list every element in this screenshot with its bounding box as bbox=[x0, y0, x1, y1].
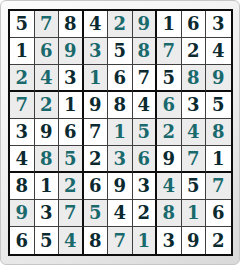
sudoku-cell-r9c1[interactable]: 6 bbox=[10, 227, 35, 254]
sudoku-cell-r2c7[interactable]: 7 bbox=[157, 38, 182, 65]
sudoku-cell-r7c7[interactable]: 4 bbox=[157, 173, 182, 200]
sudoku-app-frame: 5784291631693587242431675897219846353967… bbox=[0, 0, 240, 265]
sudoku-cell-r6c6[interactable]: 6 bbox=[133, 146, 158, 173]
sudoku-cell-r3c7[interactable]: 5 bbox=[157, 65, 182, 92]
sudoku-cell-r1c8[interactable]: 6 bbox=[182, 11, 207, 38]
sudoku-cell-r9c6[interactable]: 1 bbox=[133, 227, 158, 254]
sudoku-cell-r5c4[interactable]: 7 bbox=[84, 119, 109, 146]
sudoku-cell-r6c2[interactable]: 8 bbox=[35, 146, 60, 173]
sudoku-cell-r5c5[interactable]: 1 bbox=[108, 119, 133, 146]
sudoku-cell-r3c8[interactable]: 8 bbox=[182, 65, 207, 92]
sudoku-cell-r5c1[interactable]: 3 bbox=[10, 119, 35, 146]
sudoku-cell-r5c3[interactable]: 6 bbox=[59, 119, 84, 146]
sudoku-cell-r7c8[interactable]: 5 bbox=[182, 173, 207, 200]
sudoku-cell-r9c3[interactable]: 4 bbox=[59, 227, 84, 254]
sudoku-cell-r2c6[interactable]: 8 bbox=[133, 38, 158, 65]
sudoku-cell-r8c8[interactable]: 1 bbox=[182, 200, 207, 227]
sudoku-cell-r1c3[interactable]: 8 bbox=[59, 11, 84, 38]
sudoku-cell-r5c8[interactable]: 4 bbox=[182, 119, 207, 146]
sudoku-cell-r2c3[interactable]: 9 bbox=[59, 38, 84, 65]
sudoku-cell-r2c8[interactable]: 2 bbox=[182, 38, 207, 65]
sudoku-cell-r4c4[interactable]: 9 bbox=[84, 92, 109, 119]
sudoku-cell-r6c5[interactable]: 3 bbox=[108, 146, 133, 173]
sudoku-cell-r3c9[interactable]: 9 bbox=[206, 65, 231, 92]
sudoku-cell-r6c3[interactable]: 5 bbox=[59, 146, 84, 173]
sudoku-cell-r3c4[interactable]: 1 bbox=[84, 65, 109, 92]
sudoku-cell-r8c2[interactable]: 3 bbox=[35, 200, 60, 227]
sudoku-cell-r7c3[interactable]: 2 bbox=[59, 173, 84, 200]
sudoku-cell-r8c1[interactable]: 9 bbox=[10, 200, 35, 227]
sudoku-cell-r4c6[interactable]: 4 bbox=[133, 92, 158, 119]
sudoku-cell-r1c7[interactable]: 1 bbox=[157, 11, 182, 38]
sudoku-cell-r2c2[interactable]: 6 bbox=[35, 38, 60, 65]
sudoku-cell-r2c5[interactable]: 5 bbox=[108, 38, 133, 65]
sudoku-cell-r7c9[interactable]: 7 bbox=[206, 173, 231, 200]
sudoku-cell-r4c7[interactable]: 6 bbox=[157, 92, 182, 119]
sudoku-cell-r4c8[interactable]: 3 bbox=[182, 92, 207, 119]
sudoku-cell-r7c4[interactable]: 6 bbox=[84, 173, 109, 200]
sudoku-cell-r9c5[interactable]: 7 bbox=[108, 227, 133, 254]
sudoku-cell-r1c4[interactable]: 4 bbox=[84, 11, 109, 38]
sudoku-cell-r2c9[interactable]: 4 bbox=[206, 38, 231, 65]
sudoku-cell-r7c2[interactable]: 1 bbox=[35, 173, 60, 200]
sudoku-cell-r8c4[interactable]: 5 bbox=[84, 200, 109, 227]
sudoku-cell-r5c9[interactable]: 8 bbox=[206, 119, 231, 146]
sudoku-cell-r2c1[interactable]: 1 bbox=[10, 38, 35, 65]
sudoku-cell-r8c6[interactable]: 2 bbox=[133, 200, 158, 227]
sudoku-cell-r5c6[interactable]: 5 bbox=[133, 119, 158, 146]
sudoku-cell-r6c8[interactable]: 7 bbox=[182, 146, 207, 173]
sudoku-cell-r4c9[interactable]: 5 bbox=[206, 92, 231, 119]
sudoku-cell-r6c1[interactable]: 4 bbox=[10, 146, 35, 173]
sudoku-cell-r7c5[interactable]: 9 bbox=[108, 173, 133, 200]
sudoku-cell-r9c4[interactable]: 8 bbox=[84, 227, 109, 254]
sudoku-cell-r7c6[interactable]: 3 bbox=[133, 173, 158, 200]
sudoku-cell-r1c5[interactable]: 2 bbox=[108, 11, 133, 38]
sudoku-cell-r7c1[interactable]: 8 bbox=[10, 173, 35, 200]
sudoku-cell-r1c9[interactable]: 3 bbox=[206, 11, 231, 38]
sudoku-cell-r8c9[interactable]: 6 bbox=[206, 200, 231, 227]
sudoku-cell-r3c1[interactable]: 2 bbox=[10, 65, 35, 92]
sudoku-cell-r1c6[interactable]: 9 bbox=[133, 11, 158, 38]
sudoku-cell-r3c6[interactable]: 7 bbox=[133, 65, 158, 92]
sudoku-cell-r9c7[interactable]: 3 bbox=[157, 227, 182, 254]
sudoku-cell-r3c2[interactable]: 4 bbox=[35, 65, 60, 92]
sudoku-cell-r9c2[interactable]: 5 bbox=[35, 227, 60, 254]
sudoku-cell-r6c9[interactable]: 1 bbox=[206, 146, 231, 173]
sudoku-cell-r4c3[interactable]: 1 bbox=[59, 92, 84, 119]
sudoku-cell-r8c7[interactable]: 8 bbox=[157, 200, 182, 227]
sudoku-cell-r5c7[interactable]: 2 bbox=[157, 119, 182, 146]
sudoku-cell-r4c1[interactable]: 7 bbox=[10, 92, 35, 119]
sudoku-cell-r9c8[interactable]: 9 bbox=[182, 227, 207, 254]
sudoku-cell-r9c9[interactable]: 2 bbox=[206, 227, 231, 254]
sudoku-cell-r4c5[interactable]: 8 bbox=[108, 92, 133, 119]
sudoku-cell-r6c7[interactable]: 9 bbox=[157, 146, 182, 173]
sudoku-cell-r5c2[interactable]: 9 bbox=[35, 119, 60, 146]
sudoku-cell-r8c3[interactable]: 7 bbox=[59, 200, 84, 227]
sudoku-cell-r4c2[interactable]: 2 bbox=[35, 92, 60, 119]
sudoku-cell-r3c3[interactable]: 3 bbox=[59, 65, 84, 92]
sudoku-cell-r2c4[interactable]: 3 bbox=[84, 38, 109, 65]
sudoku-cell-r1c2[interactable]: 7 bbox=[35, 11, 60, 38]
sudoku-board: 5784291631693587242431675897219846353967… bbox=[8, 9, 233, 256]
sudoku-cell-r1c1[interactable]: 5 bbox=[10, 11, 35, 38]
sudoku-cell-r6c4[interactable]: 2 bbox=[84, 146, 109, 173]
sudoku-cell-r3c5[interactable]: 6 bbox=[108, 65, 133, 92]
sudoku-cell-r8c5[interactable]: 4 bbox=[108, 200, 133, 227]
